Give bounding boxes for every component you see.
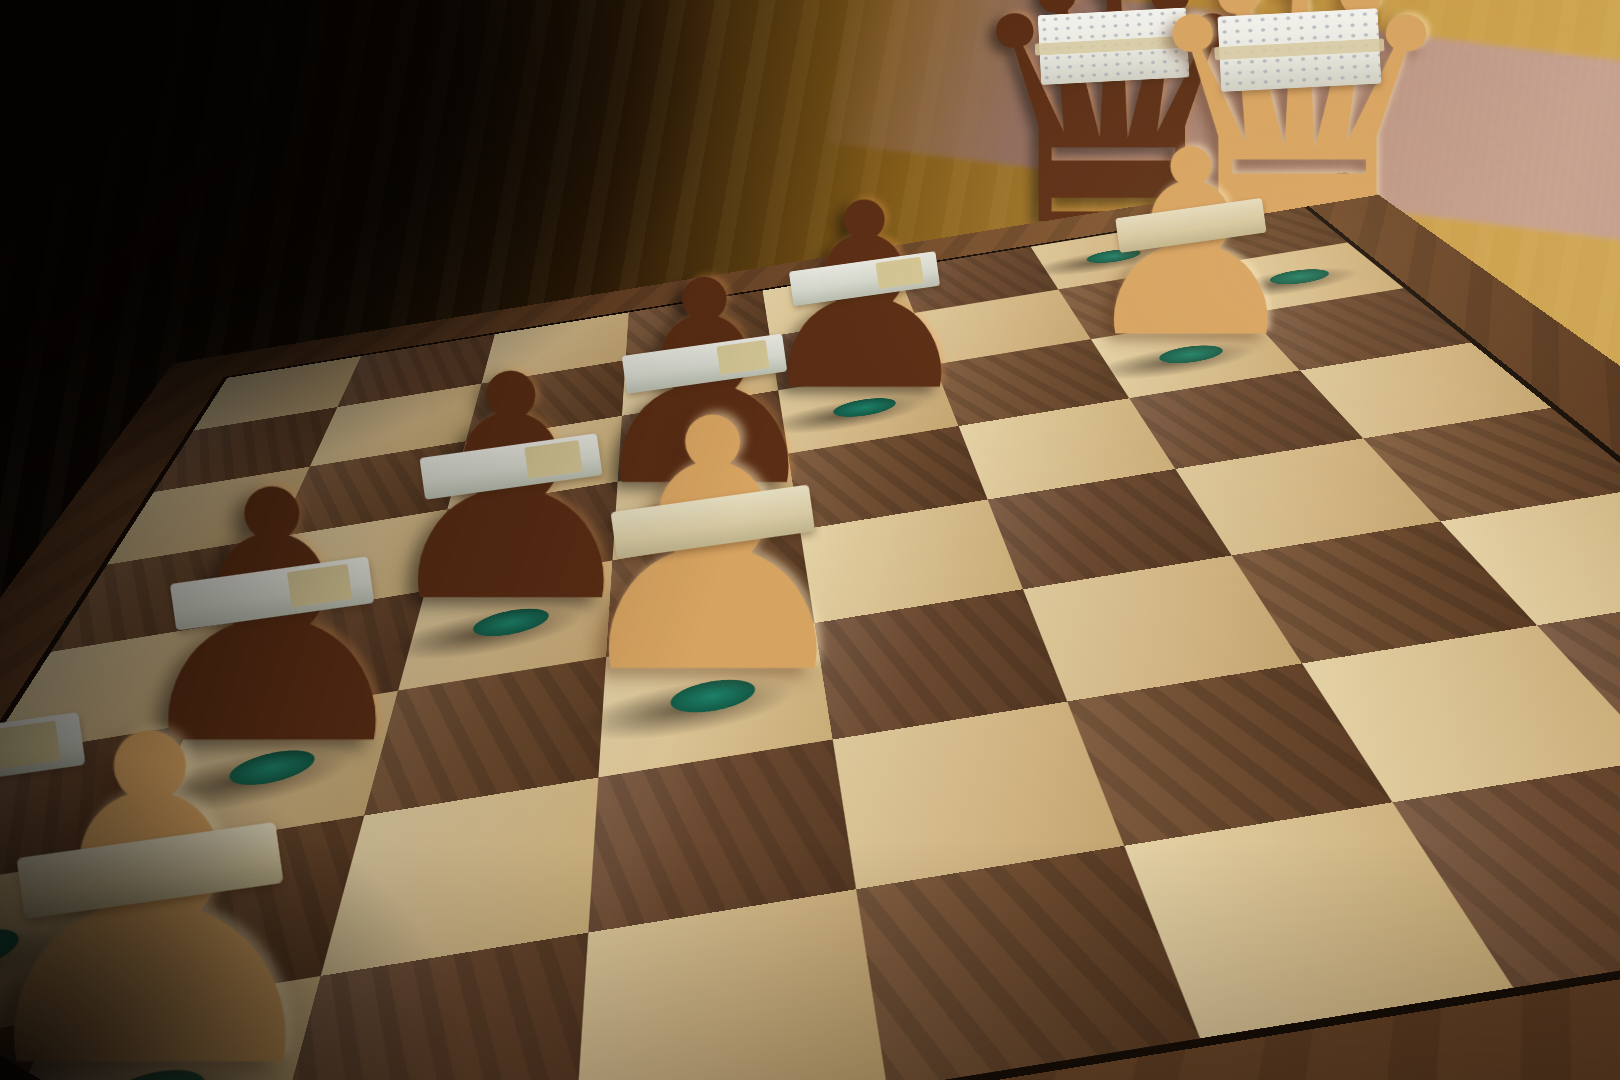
chess-photo-scene: ♛♛♟♟♟♟♟♟♟♟ [0,0,1620,1080]
lighting-vignette [0,0,1620,1080]
